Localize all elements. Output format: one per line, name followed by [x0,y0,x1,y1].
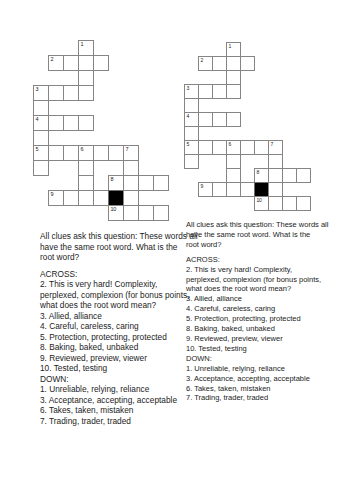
grid-cell[interactable] [123,160,139,176]
across-clue-line: what does the root word mean? [40,300,192,311]
grid-cell[interactable] [93,55,109,71]
across-clue-line: 2. This is very hard! Complexity, [40,279,192,290]
clues-intro-line: All clues ask this question: These words… [40,231,192,242]
down-clue-line: 7. Trading, trader, traded [40,416,192,427]
down-clue-line: 3. Acceptance, accepting, acceptable [186,374,326,384]
cell-number: 1 [81,41,84,48]
grid-cell[interactable] [212,140,227,155]
cell-number: 8 [111,176,114,183]
grid-cell[interactable] [123,190,139,206]
grid-cell[interactable] [282,168,297,183]
grid-cell[interactable] [78,190,94,206]
cell-number: 9 [201,183,203,189]
across-clue-line: 5. Protection, protecting, protected [40,332,192,343]
cell-number: 7 [271,141,273,147]
grid-cell[interactable]: 6 [226,140,241,155]
grid-cell[interactable]: 1 [226,42,241,57]
cell-number: 3 [36,86,39,93]
across-clues: 2. This is very hard! Complexity,perplex… [186,265,326,354]
across-clue-line: 3. Allied, alliance [40,311,192,322]
clues-intro-line: have the same root word. What is the [186,230,326,240]
grid-cell[interactable] [296,168,311,183]
grid-cell[interactable]: 5 [33,145,49,161]
grid-cell[interactable] [108,145,124,161]
grid-cell[interactable] [198,140,213,155]
black-cell [108,190,124,206]
across-clue-line: 9. Reviewed, preview, viewer [40,353,192,364]
clues-intro-line: root word? [186,240,326,250]
clues-intro-line: root word? [40,252,192,263]
grid-cell[interactable] [268,154,283,169]
grid-cell[interactable] [78,70,94,86]
grid-cell[interactable] [78,115,94,131]
grid-cell[interactable] [48,115,64,131]
across-clue-line: 10. Tested, testing [186,344,326,354]
cell-number: 4 [187,113,189,119]
grid-cell[interactable] [226,182,241,197]
cell-number: 10 [111,206,117,213]
grid-cell[interactable] [198,112,213,127]
across-clue-line: 10. Tested, testing [40,363,192,374]
clues-block-right: All clues ask this question: These words… [186,220,326,403]
across-clue-line: 5. Protection, protecting, protected [186,314,326,324]
grid-cell[interactable]: 5 [184,140,199,155]
grid-cell[interactable] [63,145,79,161]
grid-cell[interactable] [153,205,169,221]
cell-number: 5 [36,146,39,153]
grid-cell[interactable] [63,55,79,71]
grid-cell[interactable] [226,168,241,183]
grid-cell[interactable] [78,85,94,101]
clues-intro-line: have the same root word. What is the [40,242,192,253]
grid-cell[interactable]: 7 [123,145,139,161]
cell-number: 2 [201,57,203,63]
grid-cell[interactable] [226,154,241,169]
document-page: { "game": "crossword", "page_background"… [0,0,353,500]
cell-number: 10 [257,197,262,203]
clues-intro: All clues ask this question: These words… [40,231,192,263]
cell-number: 1 [229,43,231,49]
grid-cell[interactable] [226,84,241,99]
cell-number: 6 [81,146,84,153]
down-clue-line: 1. Unreliable, relying, reliance [40,384,192,395]
grid-cell[interactable] [212,56,227,71]
cell-number: 4 [36,116,39,123]
across-clue-line: 9. Reviewed, preview, viewer [186,334,326,344]
grid-cell[interactable] [93,145,109,161]
down-clue-line: 6. Takes, taken, mistaken [40,405,192,416]
grid-cell[interactable] [63,190,79,206]
grid-cell[interactable]: 10 [254,196,269,211]
grid-cell[interactable] [226,56,241,71]
grid-cell[interactable]: 4 [184,112,199,127]
across-clue-line: 2. This is very hard! Complexity, [186,265,326,275]
grid-cell[interactable]: 1 [78,40,94,56]
grid-cell[interactable] [282,196,297,211]
down-clue-line: 6. Takes, taken, mistaken [186,384,326,394]
across-heading: ACROSS: [186,255,326,265]
cell-number: 8 [257,169,259,175]
grid-cell[interactable] [184,126,199,141]
down-clues: 1. Unreliable, relying, reliance3. Accep… [40,384,192,426]
grid-cell[interactable]: 8 [108,175,124,191]
grid-cell[interactable] [184,98,199,113]
crossword-grid-right: 12345678910 [184,42,311,211]
grid-cell[interactable]: 3 [33,85,49,101]
grid-cell[interactable] [138,175,154,191]
grid-cell[interactable] [212,182,227,197]
grid-cell[interactable]: 9 [48,190,64,206]
across-clue-line: 4. Careful, careless, caring [186,304,326,314]
grid-cell[interactable]: 2 [48,55,64,71]
across-clue-line: what does the root word mean? [186,284,326,294]
across-heading: ACROSS: [40,269,192,280]
down-clues: 1. Unreliable, relying, reliance3. Accep… [186,364,326,404]
across-clue-line: 8. Baking, baked, unbaked [186,324,326,334]
crossword-grid-left: 12345678910 [33,40,169,221]
grid-cell[interactable] [33,100,49,116]
grid-cell[interactable] [78,55,94,71]
grid-cell[interactable] [78,160,94,176]
grid-cell[interactable] [123,205,139,221]
grid-cell[interactable] [78,175,94,191]
grid-cell[interactable] [212,112,227,127]
across-clue-line: perplexed, complexion (for bonus points, [40,290,192,301]
grid-cell[interactable] [226,70,241,85]
grid-cell[interactable] [240,182,255,197]
grid-cell[interactable] [296,196,311,211]
grid-cell[interactable] [138,205,154,221]
grid-cell[interactable] [93,190,109,206]
clues-intro: All clues ask this question: These words… [186,220,326,250]
down-clue-line: 3. Acceptance, accepting, acceptable [40,395,192,406]
cell-number: 5 [187,141,189,147]
grid-cell[interactable] [63,85,79,101]
grid-cell[interactable] [254,140,269,155]
grid-cell[interactable] [268,168,283,183]
grid-cell[interactable] [33,130,49,146]
grid-cell[interactable] [48,145,64,161]
grid-cell[interactable]: 7 [268,140,283,155]
across-clues: 2. This is very hard! Complexity,perplex… [40,279,192,374]
cell-number: 7 [126,146,129,153]
grid-cell[interactable]: 10 [108,205,124,221]
black-cell [254,182,269,197]
cell-number: 2 [51,56,54,63]
grid-cell[interactable] [240,56,255,71]
clues-intro-line: All clues ask this question: These words… [186,220,326,230]
clues-block-left: All clues ask this question: These words… [40,231,192,426]
across-clue-line: 4. Careful, careless, caring [40,321,192,332]
grid-cell[interactable] [212,84,227,99]
grid-cell[interactable] [198,84,213,99]
grid-cell[interactable] [48,85,64,101]
across-clue-line: 3. Allied, alliance [186,294,326,304]
grid-cell[interactable] [268,196,283,211]
grid-cell[interactable]: 8 [254,168,269,183]
down-clue-line: 1. Unreliable, relying, reliance [186,364,326,374]
grid-cell[interactable] [123,175,139,191]
grid-cell[interactable] [153,175,169,191]
down-heading: DOWN: [40,374,192,385]
grid-cell[interactable] [240,140,255,155]
cell-number: 6 [229,141,231,147]
grid-cell[interactable]: 9 [198,182,213,197]
grid-cell[interactable] [33,160,49,176]
grid-cell[interactable] [226,112,241,127]
grid-cell[interactable] [63,115,79,131]
grid-cell[interactable]: 6 [78,145,94,161]
cell-number: 9 [51,191,54,198]
across-clue-line: 8. Baking, baked, unbaked [40,342,192,353]
grid-cell[interactable]: 4 [33,115,49,131]
grid-cell[interactable] [184,154,199,169]
grid-cell[interactable]: 3 [184,84,199,99]
down-clue-line: 7. Trading, trader, traded [186,393,326,403]
across-clue-line: perplexed, complexion (for bonus points, [186,275,326,285]
grid-cell[interactable] [268,182,283,197]
down-heading: DOWN: [186,354,326,364]
cell-number: 3 [187,85,189,91]
grid-cell[interactable]: 2 [198,56,213,71]
